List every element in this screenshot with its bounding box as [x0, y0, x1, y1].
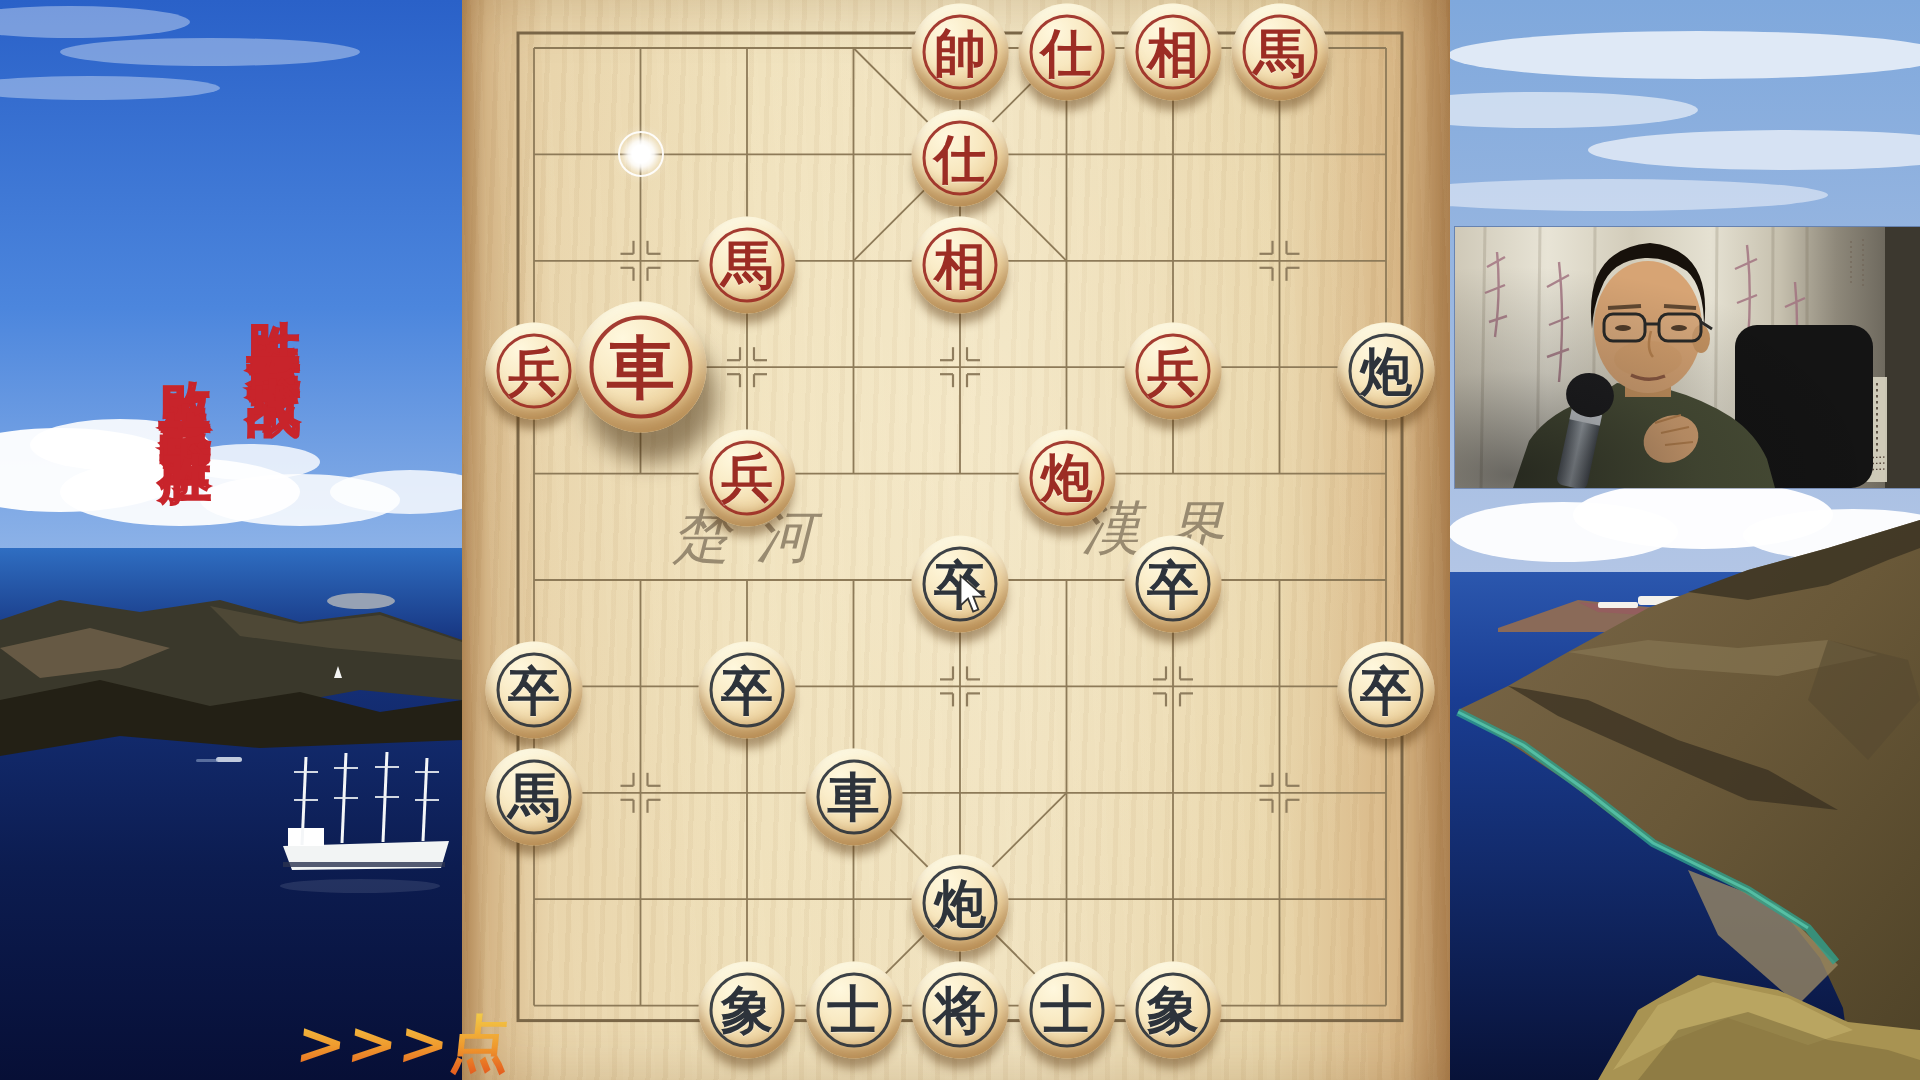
vignette	[1455, 227, 1920, 488]
caption-victory-column: 胜兵先胜而后求战	[238, 280, 310, 352]
river-text-right: 漢界	[1079, 494, 1264, 562]
move-origin-glow	[609, 122, 673, 186]
island-mass	[0, 600, 462, 756]
river-text-left: 楚河	[669, 502, 854, 570]
webcam-overlay[interactable]	[1455, 227, 1920, 488]
caption-bottom-prompt[interactable]: >>>点	[292, 1004, 515, 1080]
screenshot-root: { "game": "xiangqi", "app": {"view": "xi…	[0, 0, 1920, 1080]
distant-islet	[327, 593, 395, 609]
left-sea-background	[0, 0, 462, 1080]
mouse-cursor	[956, 574, 990, 614]
caption-defeat-column: 败兵先战而后求胜	[150, 342, 219, 422]
webcam-scene	[1455, 227, 1920, 488]
right-cliff-background	[1448, 0, 1920, 1080]
